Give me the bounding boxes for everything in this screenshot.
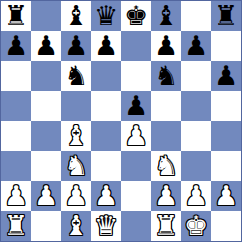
black-pawn[interactable]: ♟: [184, 31, 208, 61]
black-rook[interactable]: ♜: [214, 1, 238, 31]
square-e2[interactable]: [121, 181, 151, 211]
square-f4[interactable]: [151, 121, 181, 151]
black-pawn[interactable]: ♟: [124, 91, 148, 121]
square-c2[interactable]: ♟: [61, 181, 91, 211]
square-d3[interactable]: [91, 151, 121, 181]
white-pawn[interactable]: ♟: [184, 181, 208, 211]
black-queen[interactable]: ♛: [94, 1, 118, 31]
white-king[interactable]: ♚: [184, 211, 208, 241]
square-g3[interactable]: [181, 151, 211, 181]
white-pawn[interactable]: ♟: [34, 181, 58, 211]
black-bishop[interactable]: ♝: [64, 1, 88, 31]
square-c7[interactable]: ♟: [61, 31, 91, 61]
black-pawn[interactable]: ♟: [34, 31, 58, 61]
square-g7[interactable]: ♟: [181, 31, 211, 61]
square-g8[interactable]: [181, 1, 211, 31]
black-rook[interactable]: ♜: [4, 1, 28, 31]
square-h1[interactable]: [211, 211, 241, 241]
black-knight[interactable]: ♞: [64, 61, 88, 91]
square-f3[interactable]: ♞: [151, 151, 181, 181]
square-e8[interactable]: ♚: [121, 1, 151, 31]
square-b6[interactable]: [31, 61, 61, 91]
white-queen[interactable]: ♛: [94, 211, 118, 241]
black-bishop[interactable]: ♝: [154, 1, 178, 31]
square-h8[interactable]: ♜: [211, 1, 241, 31]
square-e4[interactable]: ♟: [121, 121, 151, 151]
square-e6[interactable]: [121, 61, 151, 91]
square-b4[interactable]: [31, 121, 61, 151]
square-a2[interactable]: ♟: [1, 181, 31, 211]
white-rook[interactable]: ♜: [154, 211, 178, 241]
square-b2[interactable]: ♟: [31, 181, 61, 211]
square-f5[interactable]: [151, 91, 181, 121]
white-rook[interactable]: ♜: [4, 211, 28, 241]
square-a6[interactable]: [1, 61, 31, 91]
square-d2[interactable]: ♟: [91, 181, 121, 211]
square-c3[interactable]: ♞: [61, 151, 91, 181]
square-e5[interactable]: ♟: [121, 91, 151, 121]
square-h5[interactable]: [211, 91, 241, 121]
black-pawn[interactable]: ♟: [94, 31, 118, 61]
square-e7[interactable]: [121, 31, 151, 61]
square-d6[interactable]: [91, 61, 121, 91]
square-c8[interactable]: ♝: [61, 1, 91, 31]
white-pawn[interactable]: ♟: [214, 181, 238, 211]
white-pawn[interactable]: ♟: [94, 181, 118, 211]
square-h7[interactable]: [211, 31, 241, 61]
chess-board: ♜♝♛♚♝♜♟♟♟♟♟♟♞♞♟♟♝♟♞♞♟♟♟♟♟♟♟♜♝♛♜♚: [0, 0, 242, 242]
square-f1[interactable]: ♜: [151, 211, 181, 241]
square-c6[interactable]: ♞: [61, 61, 91, 91]
square-f2[interactable]: ♟: [151, 181, 181, 211]
white-knight[interactable]: ♞: [154, 151, 178, 181]
black-pawn[interactable]: ♟: [154, 31, 178, 61]
white-pawn[interactable]: ♟: [154, 181, 178, 211]
white-knight[interactable]: ♞: [64, 151, 88, 181]
square-h6[interactable]: ♟: [211, 61, 241, 91]
black-king[interactable]: ♚: [124, 1, 148, 31]
square-d1[interactable]: ♛: [91, 211, 121, 241]
white-bishop[interactable]: ♝: [64, 121, 88, 151]
square-g4[interactable]: [181, 121, 211, 151]
square-a7[interactable]: ♟: [1, 31, 31, 61]
square-b7[interactable]: ♟: [31, 31, 61, 61]
square-d8[interactable]: ♛: [91, 1, 121, 31]
white-pawn[interactable]: ♟: [4, 181, 28, 211]
square-c5[interactable]: [61, 91, 91, 121]
white-pawn[interactable]: ♟: [64, 181, 88, 211]
square-f8[interactable]: ♝: [151, 1, 181, 31]
square-c1[interactable]: ♝: [61, 211, 91, 241]
square-d4[interactable]: [91, 121, 121, 151]
square-c4[interactable]: ♝: [61, 121, 91, 151]
square-h2[interactable]: ♟: [211, 181, 241, 211]
black-knight[interactable]: ♞: [154, 61, 178, 91]
square-b3[interactable]: [31, 151, 61, 181]
square-g2[interactable]: ♟: [181, 181, 211, 211]
square-f6[interactable]: ♞: [151, 61, 181, 91]
square-a5[interactable]: [1, 91, 31, 121]
square-g1[interactable]: ♚: [181, 211, 211, 241]
square-a3[interactable]: [1, 151, 31, 181]
square-h4[interactable]: [211, 121, 241, 151]
square-a1[interactable]: ♜: [1, 211, 31, 241]
square-a4[interactable]: [1, 121, 31, 151]
square-a8[interactable]: ♜: [1, 1, 31, 31]
square-e3[interactable]: [121, 151, 151, 181]
square-g6[interactable]: [181, 61, 211, 91]
black-pawn[interactable]: ♟: [4, 31, 28, 61]
black-pawn[interactable]: ♟: [64, 31, 88, 61]
square-h3[interactable]: [211, 151, 241, 181]
square-f7[interactable]: ♟: [151, 31, 181, 61]
square-d7[interactable]: ♟: [91, 31, 121, 61]
white-bishop[interactable]: ♝: [64, 211, 88, 241]
square-e1[interactable]: [121, 211, 151, 241]
square-g5[interactable]: [181, 91, 211, 121]
square-b5[interactable]: [31, 91, 61, 121]
white-pawn[interactable]: ♟: [124, 121, 148, 151]
square-d5[interactable]: [91, 91, 121, 121]
black-pawn[interactable]: ♟: [214, 61, 238, 91]
square-b1[interactable]: [31, 211, 61, 241]
square-b8[interactable]: [31, 1, 61, 31]
